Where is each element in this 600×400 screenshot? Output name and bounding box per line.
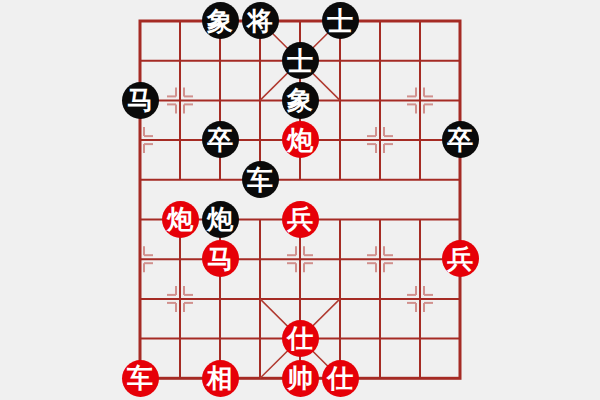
piece-red-elephant[interactable]: 相 [202, 360, 239, 397]
piece-black-advisor[interactable]: 士 [282, 42, 319, 79]
piece-grid: 象将士士马象卒炮卒车炮炮兵马兵仕车相帅仕 [120, 1, 480, 398]
piece-black-general[interactable]: 将 [242, 2, 279, 39]
xiangqi-app: 象将士士马象卒炮卒车炮炮兵马兵仕车相帅仕 [0, 0, 600, 400]
xiangqi-board: 象将士士马象卒炮卒车炮炮兵马兵仕车相帅仕 [0, 0, 600, 400]
piece-red-general[interactable]: 帅 [282, 360, 319, 397]
piece-red-advisor[interactable]: 仕 [322, 360, 359, 397]
piece-black-soldier[interactable]: 卒 [202, 121, 239, 158]
piece-black-elephant[interactable]: 象 [282, 82, 319, 119]
piece-red-cannon[interactable]: 炮 [162, 201, 199, 238]
piece-black-horse[interactable]: 马 [122, 82, 159, 119]
piece-red-chariot[interactable]: 车 [122, 360, 159, 397]
piece-red-horse[interactable]: 马 [202, 240, 239, 277]
piece-red-soldier[interactable]: 兵 [442, 240, 479, 277]
piece-red-advisor[interactable]: 仕 [282, 320, 319, 357]
piece-black-cannon[interactable]: 炮 [202, 201, 239, 238]
piece-red-cannon[interactable]: 炮 [282, 121, 319, 158]
piece-black-advisor[interactable]: 士 [322, 2, 359, 39]
piece-black-elephant[interactable]: 象 [202, 2, 239, 39]
piece-red-soldier[interactable]: 兵 [282, 201, 319, 238]
piece-black-chariot[interactable]: 车 [242, 161, 279, 198]
piece-black-soldier[interactable]: 卒 [442, 121, 479, 158]
